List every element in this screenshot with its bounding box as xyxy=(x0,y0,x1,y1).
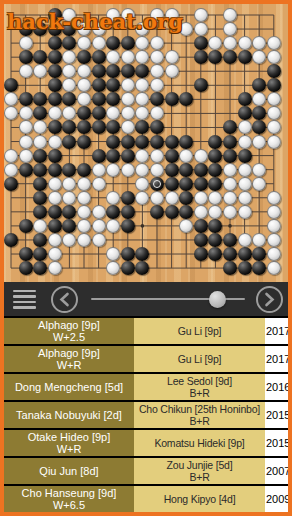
black-stone xyxy=(106,205,120,219)
black-stone xyxy=(194,247,208,261)
white-player-cell: Otake Hideo [9p]W+R xyxy=(4,430,134,456)
white-stone xyxy=(194,8,208,22)
black-player-cell: Gu Li [9p] xyxy=(134,346,265,372)
game-row[interactable]: Otake Hideo [9p]W+R Komatsu Hideki [9p] … xyxy=(4,428,288,456)
black-stone xyxy=(92,106,106,120)
white-stone xyxy=(267,219,281,233)
white-stone xyxy=(267,261,281,275)
black-stone xyxy=(223,247,237,261)
game-row[interactable]: Cho Hanseung [9d]W+6.5 Hong Kipyo [4d] 2… xyxy=(4,484,288,512)
black-stone xyxy=(179,205,193,219)
white-stone xyxy=(92,36,106,50)
white-stone xyxy=(77,177,91,191)
white-stone xyxy=(92,177,106,191)
white-stone xyxy=(223,177,237,191)
black-stone xyxy=(208,163,222,177)
white-stone xyxy=(223,205,237,219)
black-stone xyxy=(194,78,208,92)
black-stone xyxy=(223,233,237,247)
black-stone xyxy=(33,191,47,205)
game-row[interactable]: Qiu Jun [8d] Zou Junjie [5d]B+R 2007 xyxy=(4,456,288,484)
black-stone xyxy=(92,78,106,92)
next-move-button[interactable] xyxy=(256,286,283,313)
black-stone xyxy=(92,92,106,106)
white-player-cell: Alphago [9p]W+R xyxy=(4,346,134,372)
white-stone xyxy=(223,22,237,36)
white-stone xyxy=(150,191,164,205)
black-stone xyxy=(194,219,208,233)
white-stone xyxy=(4,149,18,163)
white-stone xyxy=(267,191,281,205)
white-stone xyxy=(77,219,91,233)
black-player-cell: Komatsu Hideki [9p] xyxy=(134,430,265,456)
black-stone xyxy=(208,149,222,163)
black-stone xyxy=(19,92,33,106)
white-stone xyxy=(252,163,266,177)
white-stone xyxy=(194,22,208,36)
black-stone xyxy=(238,92,252,106)
black-stone xyxy=(77,135,91,149)
white-stone xyxy=(48,261,62,275)
black-player-cell: Gu Li [9p] xyxy=(134,318,265,344)
black-stone xyxy=(267,78,281,92)
white-stone xyxy=(150,163,164,177)
game-row[interactable]: Tanaka Nobuyuki [2d] Cho Chikun [25th Ho… xyxy=(4,400,288,428)
year-cell: 2009 xyxy=(265,486,288,512)
white-player-cell: Cho Hanseung [9d]W+6.5 xyxy=(4,486,134,512)
black-stone xyxy=(238,149,252,163)
white-stone xyxy=(106,219,120,233)
black-stone xyxy=(19,261,33,275)
white-stone xyxy=(33,135,47,149)
black-stone xyxy=(48,219,62,233)
white-player-cell: Tanaka Nobuyuki [2d] xyxy=(4,402,134,428)
white-stone xyxy=(77,205,91,219)
black-stone xyxy=(92,120,106,134)
watermark: hack-cheat.org xyxy=(7,9,183,34)
black-stone xyxy=(121,135,135,149)
year-cell: 2007 xyxy=(265,458,288,484)
black-stone xyxy=(194,177,208,191)
black-stone xyxy=(223,135,237,149)
move-slider[interactable] xyxy=(91,291,245,308)
black-stone xyxy=(165,163,179,177)
white-stone xyxy=(179,219,193,233)
white-stone xyxy=(121,78,135,92)
black-stone xyxy=(179,191,193,205)
white-stone xyxy=(92,233,106,247)
black-stone xyxy=(194,163,208,177)
black-stone xyxy=(62,135,76,149)
black-stone xyxy=(33,205,47,219)
chevron-right-icon xyxy=(263,292,276,307)
black-stone xyxy=(19,163,33,177)
black-stone xyxy=(165,149,179,163)
white-stone xyxy=(106,191,120,205)
white-stone xyxy=(165,191,179,205)
white-stone xyxy=(223,8,237,22)
black-stone xyxy=(223,149,237,163)
black-stone xyxy=(48,64,62,78)
black-stone xyxy=(238,50,252,64)
white-player-cell: Dong Mengcheng [5d] xyxy=(4,374,134,400)
black-stone xyxy=(150,135,164,149)
black-player-cell: Cho Chikun [25th Honinbo]B+R xyxy=(134,402,265,428)
black-stone xyxy=(165,177,179,191)
black-stone xyxy=(33,163,47,177)
white-stone xyxy=(179,149,193,163)
menu-icon[interactable] xyxy=(13,290,36,309)
black-stone xyxy=(121,191,135,205)
white-stone xyxy=(48,177,62,191)
white-stone xyxy=(19,120,33,134)
app-window: hack-cheat.org Alphago [9p]W+2.5 Gu Li [… xyxy=(0,0,292,516)
black-stone xyxy=(48,50,62,64)
black-stone xyxy=(48,163,62,177)
previous-move-button[interactable] xyxy=(51,286,78,313)
black-stone xyxy=(92,64,106,78)
black-stone xyxy=(135,135,149,149)
year-cell: 2017 xyxy=(265,346,288,372)
white-player-cell: Alphago [9p]W+2.5 xyxy=(4,318,134,344)
black-stone xyxy=(179,177,193,191)
white-stone xyxy=(92,205,106,219)
black-stone xyxy=(121,36,135,50)
slider-thumb[interactable] xyxy=(209,291,226,308)
black-stone xyxy=(19,219,33,233)
white-stone xyxy=(77,233,91,247)
control-bar xyxy=(4,282,288,316)
white-stone xyxy=(4,163,18,177)
white-stone xyxy=(267,36,281,50)
black-stone xyxy=(238,247,252,261)
white-stone xyxy=(48,191,62,205)
black-stone xyxy=(121,261,135,275)
black-stone xyxy=(194,36,208,50)
black-stone xyxy=(92,149,106,163)
game-row[interactable]: Alphago [9p]W+2.5 Gu Li [9p] 2017 xyxy=(4,316,288,344)
black-stone xyxy=(194,50,208,64)
white-stone xyxy=(77,191,91,205)
white-stone xyxy=(19,135,33,149)
black-stone xyxy=(165,205,179,219)
black-stone xyxy=(165,92,179,106)
white-stone xyxy=(267,247,281,261)
white-stone xyxy=(238,163,252,177)
black-stone xyxy=(179,135,193,149)
white-stone xyxy=(33,219,47,233)
black-stone xyxy=(208,135,222,149)
black-stone xyxy=(165,135,179,149)
white-stone xyxy=(238,36,252,50)
games-table: Alphago [9p]W+2.5 Gu Li [9p] 2017 Alphag… xyxy=(4,316,288,512)
black-stone xyxy=(238,261,252,275)
white-player-cell: Qiu Jun [8d] xyxy=(4,458,134,484)
black-stone xyxy=(106,149,120,163)
white-stone xyxy=(223,163,237,177)
white-stone xyxy=(238,135,252,149)
white-stone xyxy=(194,149,208,163)
black-stone xyxy=(33,149,47,163)
chevron-left-icon xyxy=(58,292,71,307)
black-stone xyxy=(238,106,252,120)
white-stone xyxy=(150,149,164,163)
white-stone xyxy=(19,64,33,78)
black-stone xyxy=(194,233,208,247)
white-stone xyxy=(19,106,33,120)
year-cell: 2015 xyxy=(265,430,288,456)
black-stone xyxy=(48,149,62,163)
white-stone xyxy=(238,191,252,205)
white-stone xyxy=(238,233,252,247)
black-stone xyxy=(48,36,62,50)
black-stone xyxy=(150,177,164,191)
black-stone xyxy=(121,205,135,219)
white-stone xyxy=(48,135,62,149)
go-board[interactable]: hack-cheat.org xyxy=(4,4,288,282)
black-stone xyxy=(121,149,135,163)
white-stone xyxy=(165,50,179,64)
black-stone xyxy=(4,177,18,191)
black-player-cell: Lee Sedol [9d]B+R xyxy=(134,374,265,400)
black-stone xyxy=(223,261,237,275)
white-stone xyxy=(267,50,281,64)
black-stone xyxy=(48,78,62,92)
year-cell: 2015 xyxy=(265,402,288,428)
black-stone xyxy=(267,64,281,78)
white-stone xyxy=(238,205,252,219)
game-row[interactable]: Alphago [9p]W+R Gu Li [9p] 2017 xyxy=(4,344,288,372)
year-cell: 2016 xyxy=(265,374,288,400)
black-stone xyxy=(121,247,135,261)
white-stone xyxy=(48,247,62,261)
black-stone xyxy=(121,219,135,233)
black-stone xyxy=(77,163,91,177)
white-stone xyxy=(165,64,179,78)
black-stone xyxy=(33,177,47,191)
black-stone xyxy=(106,135,120,149)
black-stone xyxy=(19,247,33,261)
game-row[interactable]: Dong Mengcheng [5d] Lee Sedol [9d]B+R 20… xyxy=(4,372,288,400)
white-stone xyxy=(121,50,135,64)
white-stone xyxy=(48,233,62,247)
white-stone xyxy=(135,163,149,177)
white-stone xyxy=(77,36,91,50)
black-player-cell: Hong Kipyo [4d] xyxy=(134,486,265,512)
black-player-cell: Zou Junjie [5d]B+R xyxy=(134,458,265,484)
last-move-marker xyxy=(153,180,161,188)
white-stone xyxy=(92,163,106,177)
white-stone xyxy=(19,149,33,163)
white-stone xyxy=(238,177,252,191)
white-stone xyxy=(135,149,149,163)
black-stone xyxy=(19,50,33,64)
white-stone xyxy=(194,205,208,219)
white-stone xyxy=(252,135,266,149)
white-stone xyxy=(19,36,33,50)
white-stone xyxy=(223,191,237,205)
black-stone xyxy=(150,205,164,219)
black-stone xyxy=(92,50,106,64)
white-stone xyxy=(106,163,120,177)
white-stone xyxy=(92,219,106,233)
white-stone xyxy=(252,177,266,191)
white-stone xyxy=(150,36,164,50)
black-stone xyxy=(121,64,135,78)
white-stone xyxy=(267,205,281,219)
black-stone xyxy=(48,205,62,219)
black-stone xyxy=(4,233,18,247)
year-cell: 2017 xyxy=(265,318,288,344)
white-stone xyxy=(267,135,281,149)
black-stone xyxy=(62,163,76,177)
white-stone xyxy=(194,191,208,205)
white-stone xyxy=(238,120,252,134)
white-stone xyxy=(223,36,237,50)
white-stone xyxy=(267,233,281,247)
black-stone xyxy=(179,163,193,177)
white-stone xyxy=(121,163,135,177)
